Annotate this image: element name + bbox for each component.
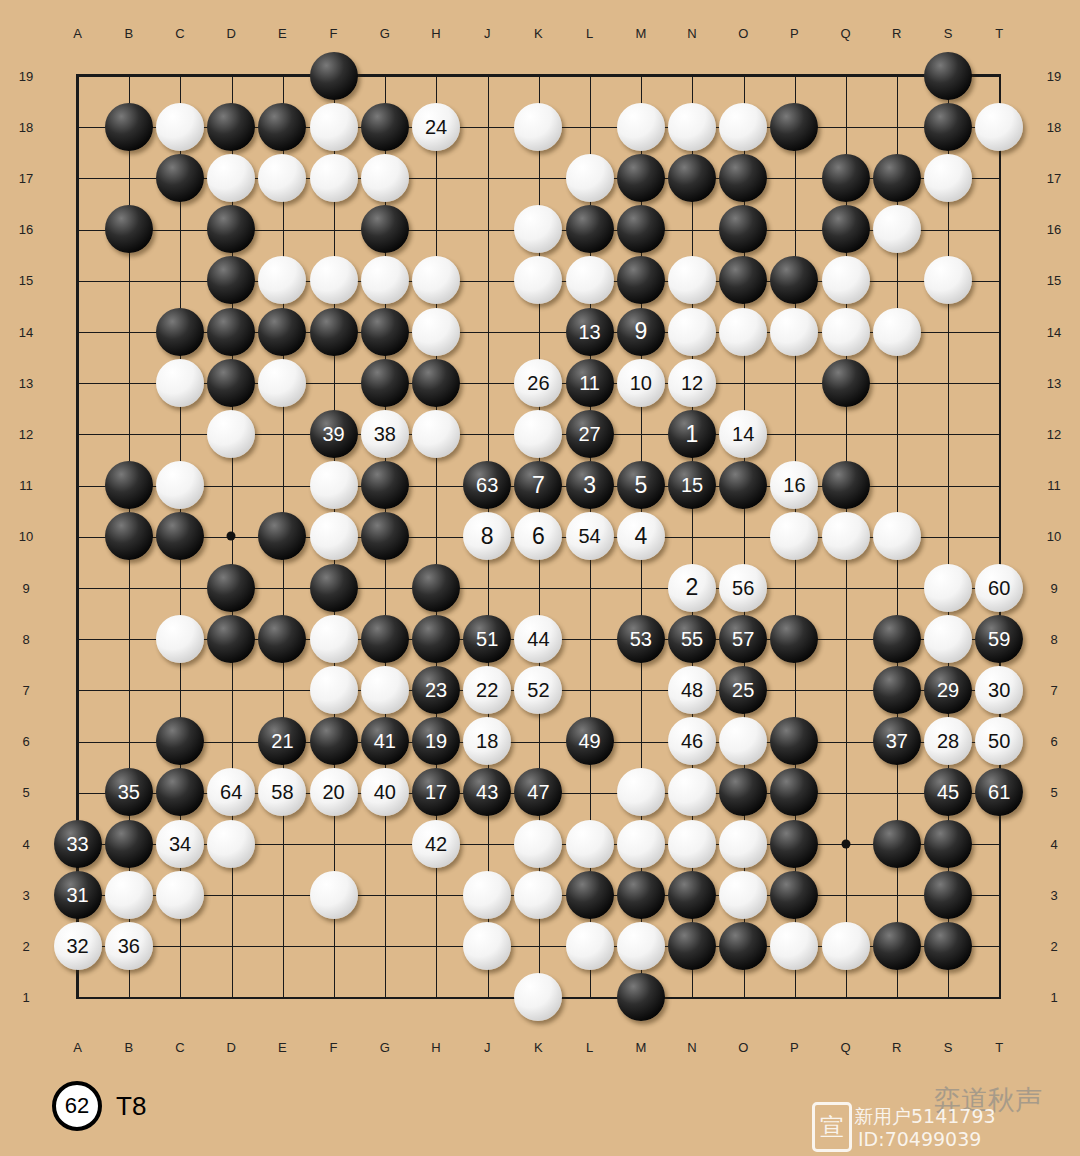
stone-black-S4 bbox=[924, 820, 972, 868]
stone-black-B16 bbox=[105, 205, 153, 253]
stone-white-G15 bbox=[361, 256, 409, 304]
move-number-label: 11 bbox=[579, 373, 600, 393]
stone-white-E13 bbox=[258, 359, 306, 407]
col-label-top-B: B bbox=[124, 26, 133, 41]
stone-white-O9-move-56: 56 bbox=[719, 564, 767, 612]
stone-white-J6-move-18: 18 bbox=[463, 717, 511, 765]
stone-white-D12 bbox=[207, 410, 255, 458]
move-number-label: 60 bbox=[988, 578, 1010, 598]
row-label-right-2: 2 bbox=[1050, 939, 1057, 954]
stone-white-G12-move-38: 38 bbox=[361, 410, 409, 458]
stone-black-O11 bbox=[719, 461, 767, 509]
stone-black-A4-move-33: 33 bbox=[54, 820, 102, 868]
stone-white-H15 bbox=[412, 256, 460, 304]
row-label-right-10: 10 bbox=[1047, 529, 1061, 544]
stone-black-L16 bbox=[566, 205, 614, 253]
col-label-top-A: A bbox=[73, 26, 82, 41]
stone-black-G18 bbox=[361, 103, 409, 151]
col-label-top-M: M bbox=[635, 26, 646, 41]
stone-black-H5-move-17: 17 bbox=[412, 768, 460, 816]
stone-black-P3 bbox=[770, 871, 818, 919]
stone-black-C6 bbox=[156, 717, 204, 765]
stone-white-L4 bbox=[566, 820, 614, 868]
stone-black-M16 bbox=[617, 205, 665, 253]
stone-black-L14-move-13: 13 bbox=[566, 308, 614, 356]
stone-black-F12-move-39: 39 bbox=[310, 410, 358, 458]
col-label-bottom-A: A bbox=[73, 1040, 82, 1055]
stone-black-M8-move-53: 53 bbox=[617, 615, 665, 663]
move-number-label: 19 bbox=[425, 731, 447, 751]
move-number-label: 29 bbox=[937, 680, 959, 700]
move-number-label: 50 bbox=[988, 731, 1010, 751]
move-number-label: 57 bbox=[732, 629, 754, 649]
stone-black-L11-move-3: 3 bbox=[566, 461, 614, 509]
stone-black-C17 bbox=[156, 154, 204, 202]
stone-white-R10 bbox=[873, 512, 921, 560]
stone-black-L13-move-11: 11 bbox=[566, 359, 614, 407]
board: 2413926111012393827114637351516865442566… bbox=[52, 50, 1025, 1023]
stone-white-T18 bbox=[975, 103, 1023, 151]
stone-black-M15 bbox=[617, 256, 665, 304]
col-label-top-C: C bbox=[175, 26, 184, 41]
col-label-top-D: D bbox=[226, 26, 235, 41]
row-label-left-16: 16 bbox=[19, 222, 33, 237]
stone-white-N15 bbox=[668, 256, 716, 304]
stone-white-G17 bbox=[361, 154, 409, 202]
col-label-top-O: O bbox=[738, 26, 748, 41]
row-label-right-3: 3 bbox=[1050, 887, 1057, 902]
row-label-left-10: 10 bbox=[19, 529, 33, 544]
stone-white-P14 bbox=[770, 308, 818, 356]
move-number-label: 22 bbox=[476, 680, 498, 700]
stone-black-D9 bbox=[207, 564, 255, 612]
row-label-right-14: 14 bbox=[1047, 324, 1061, 339]
col-label-top-N: N bbox=[687, 26, 696, 41]
stone-white-K16 bbox=[514, 205, 562, 253]
stone-white-K3 bbox=[514, 871, 562, 919]
stone-white-F7 bbox=[310, 666, 358, 714]
move-number-label: 34 bbox=[169, 834, 191, 854]
move-number-label: 25 bbox=[732, 680, 754, 700]
col-label-bottom-P: P bbox=[790, 1040, 799, 1055]
stone-black-C5 bbox=[156, 768, 204, 816]
stone-white-P10 bbox=[770, 512, 818, 560]
watermark: 弈道秋声 宣 新用户5141793 ID:70499039 bbox=[810, 1080, 1070, 1156]
row-label-left-6: 6 bbox=[22, 734, 29, 749]
stone-black-K11-move-7: 7 bbox=[514, 461, 562, 509]
move-number-label: 49 bbox=[578, 731, 600, 751]
stone-black-J8-move-51: 51 bbox=[463, 615, 511, 663]
col-label-bottom-K: K bbox=[534, 1040, 543, 1055]
col-label-bottom-D: D bbox=[226, 1040, 235, 1055]
move-number-label: 63 bbox=[476, 475, 498, 495]
stone-white-K1 bbox=[514, 973, 562, 1021]
row-label-left-14: 14 bbox=[19, 324, 33, 339]
move-number-label: 55 bbox=[681, 629, 703, 649]
stone-black-S3 bbox=[924, 871, 972, 919]
stone-white-S15 bbox=[924, 256, 972, 304]
stone-black-H13 bbox=[412, 359, 460, 407]
stone-white-H12 bbox=[412, 410, 460, 458]
move-number-label: 30 bbox=[988, 680, 1010, 700]
stone-white-R14 bbox=[873, 308, 921, 356]
stone-white-O4 bbox=[719, 820, 767, 868]
stone-black-F6 bbox=[310, 717, 358, 765]
stone-white-F5-move-20: 20 bbox=[310, 768, 358, 816]
col-label-bottom-O: O bbox=[738, 1040, 748, 1055]
stone-black-M1 bbox=[617, 973, 665, 1021]
stone-black-J11-move-63: 63 bbox=[463, 461, 511, 509]
stone-white-C4-move-34: 34 bbox=[156, 820, 204, 868]
row-label-left-7: 7 bbox=[22, 683, 29, 698]
stone-white-K10-move-6: 6 bbox=[514, 512, 562, 560]
stone-white-K8-move-44: 44 bbox=[514, 615, 562, 663]
stone-black-B11 bbox=[105, 461, 153, 509]
row-label-right-7: 7 bbox=[1050, 683, 1057, 698]
stone-black-L3 bbox=[566, 871, 614, 919]
move-number-label: 10 bbox=[630, 373, 652, 393]
stone-white-O18 bbox=[719, 103, 767, 151]
move-number-label: 20 bbox=[322, 782, 344, 802]
stone-black-T8-move-59: 59 bbox=[975, 615, 1023, 663]
move-number-label: 2 bbox=[686, 576, 699, 599]
stone-black-B5-move-35: 35 bbox=[105, 768, 153, 816]
move-number-label: 18 bbox=[476, 731, 498, 751]
stone-black-N3 bbox=[668, 871, 716, 919]
stone-white-N7-move-48: 48 bbox=[668, 666, 716, 714]
stone-black-H6-move-19: 19 bbox=[412, 717, 460, 765]
col-label-bottom-C: C bbox=[175, 1040, 184, 1055]
stone-white-Q10 bbox=[822, 512, 870, 560]
move-number-label: 27 bbox=[578, 424, 600, 444]
row-label-right-12: 12 bbox=[1047, 427, 1061, 442]
stone-white-J7-move-22: 22 bbox=[463, 666, 511, 714]
stone-black-P5 bbox=[770, 768, 818, 816]
move-number-label: 12 bbox=[681, 373, 703, 393]
stone-black-D13 bbox=[207, 359, 255, 407]
stone-black-H7-move-23: 23 bbox=[412, 666, 460, 714]
watermark-seal-icon: 宣 bbox=[812, 1102, 852, 1152]
stone-white-J3 bbox=[463, 871, 511, 919]
move-number-label: 1 bbox=[686, 423, 699, 446]
row-label-left-13: 13 bbox=[19, 375, 33, 390]
move-number-label: 36 bbox=[118, 936, 140, 956]
stone-black-Q16 bbox=[822, 205, 870, 253]
stone-black-O15 bbox=[719, 256, 767, 304]
move-number-label: 46 bbox=[681, 731, 703, 751]
stone-black-G14 bbox=[361, 308, 409, 356]
move-number-label: 47 bbox=[527, 782, 549, 802]
stone-white-N18 bbox=[668, 103, 716, 151]
stone-white-C13 bbox=[156, 359, 204, 407]
stone-white-K12 bbox=[514, 410, 562, 458]
stone-white-M2 bbox=[617, 922, 665, 970]
move-number-label: 51 bbox=[476, 629, 498, 649]
stone-white-Q14 bbox=[822, 308, 870, 356]
stone-white-F15 bbox=[310, 256, 358, 304]
stone-black-J5-move-43: 43 bbox=[463, 768, 511, 816]
col-label-bottom-S: S bbox=[944, 1040, 953, 1055]
star-point-Q4 bbox=[841, 839, 850, 848]
stone-black-S19 bbox=[924, 52, 972, 100]
row-label-left-2: 2 bbox=[22, 939, 29, 954]
move-number-label: 26 bbox=[527, 373, 549, 393]
stone-black-G10 bbox=[361, 512, 409, 560]
stone-black-D14 bbox=[207, 308, 255, 356]
stone-black-A3-move-31: 31 bbox=[54, 871, 102, 919]
row-label-right-15: 15 bbox=[1047, 273, 1061, 288]
stone-white-D17 bbox=[207, 154, 255, 202]
stone-white-P2 bbox=[770, 922, 818, 970]
col-label-top-L: L bbox=[586, 26, 593, 41]
stone-white-L17 bbox=[566, 154, 614, 202]
stone-white-E15 bbox=[258, 256, 306, 304]
stone-white-F18 bbox=[310, 103, 358, 151]
move-number-label: 37 bbox=[886, 731, 908, 751]
stone-white-N9-move-2: 2 bbox=[668, 564, 716, 612]
stone-white-Q15 bbox=[822, 256, 870, 304]
col-label-top-H: H bbox=[431, 26, 440, 41]
move-number-label: 44 bbox=[527, 629, 549, 649]
move-number-label: 48 bbox=[681, 680, 703, 700]
stone-black-H9 bbox=[412, 564, 460, 612]
stone-white-G5-move-40: 40 bbox=[361, 768, 409, 816]
move-number-label: 14 bbox=[732, 424, 754, 444]
stone-white-K13-move-26: 26 bbox=[514, 359, 562, 407]
row-label-left-5: 5 bbox=[22, 785, 29, 800]
row-label-right-8: 8 bbox=[1050, 631, 1057, 646]
stone-black-G8 bbox=[361, 615, 409, 663]
col-label-bottom-N: N bbox=[687, 1040, 696, 1055]
stone-black-M14-move-9: 9 bbox=[617, 308, 665, 356]
stone-black-R2 bbox=[873, 922, 921, 970]
row-label-left-18: 18 bbox=[19, 119, 33, 134]
stone-white-F8 bbox=[310, 615, 358, 663]
stone-white-F11 bbox=[310, 461, 358, 509]
row-label-left-4: 4 bbox=[22, 836, 29, 851]
col-label-top-P: P bbox=[790, 26, 799, 41]
stone-black-F19 bbox=[310, 52, 358, 100]
stone-white-O6 bbox=[719, 717, 767, 765]
stone-black-B18 bbox=[105, 103, 153, 151]
move-coordinate-label: T8 bbox=[116, 1091, 146, 1122]
move-number-label: 7 bbox=[532, 474, 545, 497]
stone-black-P15 bbox=[770, 256, 818, 304]
col-label-top-R: R bbox=[892, 26, 901, 41]
stone-black-R4 bbox=[873, 820, 921, 868]
move-number-label: 28 bbox=[937, 731, 959, 751]
stone-white-O14 bbox=[719, 308, 767, 356]
stone-white-H4-move-42: 42 bbox=[412, 820, 460, 868]
stone-white-L10-move-54: 54 bbox=[566, 512, 614, 560]
watermark-id-text: ID:70499039 bbox=[858, 1128, 981, 1150]
move-number-label: 58 bbox=[271, 782, 293, 802]
row-label-left-19: 19 bbox=[19, 68, 33, 83]
stone-black-E10 bbox=[258, 512, 306, 560]
move-number-label: 9 bbox=[634, 320, 647, 343]
stone-black-G16 bbox=[361, 205, 409, 253]
stone-white-C11 bbox=[156, 461, 204, 509]
stone-white-B2-move-36: 36 bbox=[105, 922, 153, 970]
stone-black-E8 bbox=[258, 615, 306, 663]
row-label-right-6: 6 bbox=[1050, 734, 1057, 749]
stone-white-O3 bbox=[719, 871, 767, 919]
stone-white-F17 bbox=[310, 154, 358, 202]
stone-black-S5-move-45: 45 bbox=[924, 768, 972, 816]
stone-white-S9 bbox=[924, 564, 972, 612]
col-label-top-G: G bbox=[380, 26, 390, 41]
move-number-label: 13 bbox=[578, 322, 600, 342]
move-number-label: 17 bbox=[425, 782, 447, 802]
stone-white-T7-move-30: 30 bbox=[975, 666, 1023, 714]
stone-white-S17 bbox=[924, 154, 972, 202]
stone-white-T9-move-60: 60 bbox=[975, 564, 1023, 612]
stone-white-O12-move-14: 14 bbox=[719, 410, 767, 458]
stone-white-M10-move-4: 4 bbox=[617, 512, 665, 560]
col-label-bottom-Q: Q bbox=[841, 1040, 851, 1055]
stone-black-O7-move-25: 25 bbox=[719, 666, 767, 714]
col-label-bottom-J: J bbox=[484, 1040, 491, 1055]
stone-black-E14 bbox=[258, 308, 306, 356]
col-label-bottom-L: L bbox=[586, 1040, 593, 1055]
row-label-right-13: 13 bbox=[1047, 375, 1061, 390]
row-label-right-11: 11 bbox=[1047, 478, 1061, 493]
stone-black-P6 bbox=[770, 717, 818, 765]
move-number-label: 16 bbox=[783, 475, 805, 495]
row-label-left-8: 8 bbox=[22, 631, 29, 646]
stone-black-D16 bbox=[207, 205, 255, 253]
move-number-label: 53 bbox=[630, 629, 652, 649]
stone-black-N17 bbox=[668, 154, 716, 202]
col-label-top-S: S bbox=[944, 26, 953, 41]
stone-black-K5-move-47: 47 bbox=[514, 768, 562, 816]
stone-black-M3 bbox=[617, 871, 665, 919]
col-label-bottom-F: F bbox=[330, 1040, 338, 1055]
move-number-label: 21 bbox=[271, 731, 293, 751]
stone-black-P4 bbox=[770, 820, 818, 868]
stone-white-S8 bbox=[924, 615, 972, 663]
move-number-label: 3 bbox=[583, 474, 596, 497]
row-label-left-15: 15 bbox=[19, 273, 33, 288]
row-label-right-17: 17 bbox=[1047, 171, 1061, 186]
stone-white-Q2 bbox=[822, 922, 870, 970]
row-label-right-16: 16 bbox=[1047, 222, 1061, 237]
move-number-label: 6 bbox=[532, 525, 545, 548]
move-number-label: 45 bbox=[937, 782, 959, 802]
stone-black-R8 bbox=[873, 615, 921, 663]
stone-black-E6-move-21: 21 bbox=[258, 717, 306, 765]
stone-black-H8 bbox=[412, 615, 460, 663]
move-number-label: 15 bbox=[681, 475, 703, 495]
stone-black-S18 bbox=[924, 103, 972, 151]
col-label-bottom-E: E bbox=[278, 1040, 287, 1055]
stone-white-M13-move-10: 10 bbox=[617, 359, 665, 407]
move-number-label: 32 bbox=[66, 936, 88, 956]
watermark-user-text: 新用户5141793 bbox=[854, 1104, 996, 1130]
move-number-label: 43 bbox=[476, 782, 498, 802]
stone-white-J10-move-8: 8 bbox=[463, 512, 511, 560]
stone-black-C14 bbox=[156, 308, 204, 356]
stone-black-C10 bbox=[156, 512, 204, 560]
stone-white-F10 bbox=[310, 512, 358, 560]
move-number-label: 4 bbox=[634, 525, 647, 548]
stone-black-G11 bbox=[361, 461, 409, 509]
stone-black-R7 bbox=[873, 666, 921, 714]
stone-white-L15 bbox=[566, 256, 614, 304]
stone-black-S7-move-29: 29 bbox=[924, 666, 972, 714]
stone-white-H14 bbox=[412, 308, 460, 356]
stone-white-R16 bbox=[873, 205, 921, 253]
stone-white-N6-move-46: 46 bbox=[668, 717, 716, 765]
col-label-top-F: F bbox=[330, 26, 338, 41]
stone-white-T6-move-50: 50 bbox=[975, 717, 1023, 765]
stone-white-G7 bbox=[361, 666, 409, 714]
move-number-label: 35 bbox=[118, 782, 140, 802]
row-label-left-17: 17 bbox=[19, 171, 33, 186]
stone-black-N11-move-15: 15 bbox=[668, 461, 716, 509]
stone-white-K7-move-52: 52 bbox=[514, 666, 562, 714]
row-label-left-11: 11 bbox=[19, 478, 33, 493]
move-number-label: 42 bbox=[425, 834, 447, 854]
row-label-right-5: 5 bbox=[1050, 785, 1057, 800]
stone-black-O2 bbox=[719, 922, 767, 970]
stone-white-M4 bbox=[617, 820, 665, 868]
col-label-bottom-H: H bbox=[431, 1040, 440, 1055]
stone-black-B4 bbox=[105, 820, 153, 868]
stone-white-J2 bbox=[463, 922, 511, 970]
move-number-label: 41 bbox=[374, 731, 396, 751]
stone-white-D5-move-64: 64 bbox=[207, 768, 255, 816]
col-label-bottom-T: T bbox=[995, 1040, 1003, 1055]
move-number-label: 23 bbox=[425, 680, 447, 700]
move-number-label: 8 bbox=[481, 525, 494, 548]
stone-white-P11-move-16: 16 bbox=[770, 461, 818, 509]
move-number-label: 61 bbox=[988, 782, 1010, 802]
star-point-D10 bbox=[227, 532, 236, 541]
col-label-top-E: E bbox=[278, 26, 287, 41]
stone-white-N13-move-12: 12 bbox=[668, 359, 716, 407]
row-label-left-9: 9 bbox=[22, 580, 29, 595]
stone-black-G13 bbox=[361, 359, 409, 407]
row-label-right-4: 4 bbox=[1050, 836, 1057, 851]
move-number-label: 38 bbox=[374, 424, 396, 444]
stone-black-O5 bbox=[719, 768, 767, 816]
row-label-left-12: 12 bbox=[19, 427, 33, 442]
stone-white-C8 bbox=[156, 615, 204, 663]
stone-black-R6-move-37: 37 bbox=[873, 717, 921, 765]
stone-black-T5-move-61: 61 bbox=[975, 768, 1023, 816]
stone-black-F9 bbox=[310, 564, 358, 612]
stone-black-P8 bbox=[770, 615, 818, 663]
move-number-label: 39 bbox=[322, 424, 344, 444]
stone-black-E18 bbox=[258, 103, 306, 151]
stone-black-N12-move-1: 1 bbox=[668, 410, 716, 458]
stone-white-K4 bbox=[514, 820, 562, 868]
stone-black-M17 bbox=[617, 154, 665, 202]
col-label-top-T: T bbox=[995, 26, 1003, 41]
go-diagram-screen: 2413926111012393827114637351516865442566… bbox=[0, 0, 1080, 1156]
move-number-label: 52 bbox=[527, 680, 549, 700]
stone-white-H18-move-24: 24 bbox=[412, 103, 460, 151]
move-number-label: 5 bbox=[634, 474, 647, 497]
move-number-label: 56 bbox=[732, 578, 754, 598]
col-label-bottom-R: R bbox=[892, 1040, 901, 1055]
col-label-top-K: K bbox=[534, 26, 543, 41]
stone-white-B3 bbox=[105, 871, 153, 919]
move-number-badge-white-stone: 62 bbox=[52, 1081, 102, 1131]
col-label-top-J: J bbox=[484, 26, 491, 41]
stone-black-L6-move-49: 49 bbox=[566, 717, 614, 765]
